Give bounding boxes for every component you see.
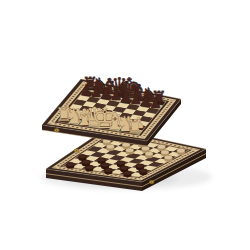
checker-dark	[85, 165, 93, 172]
chess-piece-light-r: ♜	[127, 116, 144, 137]
checker-light	[106, 144, 114, 151]
svg-text:♜: ♜	[127, 116, 144, 137]
brass-latch-pin	[151, 181, 152, 182]
brass-latch-pin	[56, 130, 57, 131]
checker-dark	[139, 169, 147, 176]
brass-latch-pin	[76, 150, 77, 151]
checker-dark	[124, 171, 132, 178]
checker-dark	[104, 168, 112, 175]
chess-piece-dark-p: ♟	[149, 94, 162, 111]
svg-text:♟: ♟	[149, 94, 162, 111]
checker-light	[164, 155, 172, 162]
chess-board: ♜♞♝♛♚♝♞♜♟♟♟♟♟♟♟♟♟♟♟♟♟♟♟♟♜♞♝♛♚♝♞♜	[42, 72, 181, 146]
product-photo-canvas: ♜♞♝♛♚♝♞♜♟♟♟♟♟♟♟♟♟♟♟♟♟♟♟♟♜♞♝♛♚♝♞♜	[0, 0, 250, 250]
checker-dark	[66, 162, 74, 169]
checker-light	[145, 152, 153, 159]
chess-set-scene: ♜♞♝♛♚♝♞♜♟♟♟♟♟♟♟♟♟♟♟♟♟♟♟♟♜♞♝♛♚♝♞♜	[0, 0, 250, 250]
checker-light	[177, 148, 185, 155]
checker-light	[126, 148, 134, 155]
